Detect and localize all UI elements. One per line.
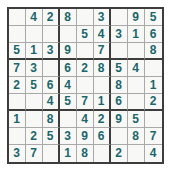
sudoku-cell-r7c4[interactable] (60, 111, 77, 128)
sudoku-cell-r1c6: 3 (94, 9, 111, 26)
sudoku-cell-r2c2[interactable] (26, 26, 43, 43)
sudoku-cell-r7c8: 5 (128, 111, 145, 128)
sudoku-cell-r3c9: 8 (145, 43, 162, 60)
sudoku-cell-r6c7: 6 (111, 94, 128, 111)
sudoku-cell-r3c4: 9 (60, 43, 77, 60)
sudoku-cell-r2c8: 1 (128, 26, 145, 43)
sudoku-board: 4283955431651397873628542564814571621842… (7, 7, 164, 164)
sudoku-cell-r1c4: 8 (60, 9, 77, 26)
sudoku-cell-r5c7: 8 (111, 77, 128, 94)
sudoku-cell-r3c6: 7 (94, 43, 111, 60)
sudoku-cell-r6c5: 7 (77, 94, 94, 111)
sudoku-cell-r2c3[interactable] (43, 26, 60, 43)
sudoku-cell-r7c2[interactable] (26, 111, 43, 128)
sudoku-cell-r8c1[interactable] (9, 128, 26, 145)
sudoku-cell-r3c3: 3 (43, 43, 60, 60)
sudoku-cell-r3c1: 5 (9, 43, 26, 60)
sudoku-cell-r9c6[interactable] (94, 145, 111, 162)
sudoku-cell-r2c1[interactable] (9, 26, 26, 43)
sudoku-cell-r1c9: 5 (145, 9, 162, 26)
sudoku-cell-r8c2: 2 (26, 128, 43, 145)
sudoku-cell-r5c6[interactable] (94, 77, 111, 94)
sudoku-cell-r1c3: 2 (43, 9, 60, 26)
sudoku-cell-r7c7: 9 (111, 111, 128, 128)
sudoku-cell-r1c1[interactable] (9, 9, 26, 26)
sudoku-cell-r7c9[interactable] (145, 111, 162, 128)
sudoku-cell-r1c5[interactable] (77, 9, 94, 26)
sudoku-cell-r5c3: 6 (43, 77, 60, 94)
sudoku-cell-r5c9: 1 (145, 77, 162, 94)
sudoku-cell-r5c4: 4 (60, 77, 77, 94)
sudoku-cell-r9c5: 8 (77, 145, 94, 162)
sudoku-cell-r3c7[interactable] (111, 43, 128, 60)
sudoku-cell-r1c2: 4 (26, 9, 43, 26)
sudoku-cell-r7c5: 4 (77, 111, 94, 128)
sudoku-cell-r6c4: 5 (60, 94, 77, 111)
sudoku-cell-r9c8[interactable] (128, 145, 145, 162)
sudoku-cell-r4c1: 7 (9, 60, 26, 77)
sudoku-cell-r9c7: 2 (111, 145, 128, 162)
sudoku-cell-r7c1: 1 (9, 111, 26, 128)
sudoku-cell-r4c4: 6 (60, 60, 77, 77)
sudoku-cell-r5c2: 5 (26, 77, 43, 94)
sudoku-cell-r4c7: 5 (111, 60, 128, 77)
sudoku-cell-r4c5: 2 (77, 60, 94, 77)
sudoku-cell-r4c3[interactable] (43, 60, 60, 77)
sudoku-cell-r5c1: 2 (9, 77, 26, 94)
sudoku-cell-r4c9[interactable] (145, 60, 162, 77)
sudoku-cell-r9c3[interactable] (43, 145, 60, 162)
sudoku-cell-r7c6: 2 (94, 111, 111, 128)
sudoku-cell-r8c6: 6 (94, 128, 111, 145)
sudoku-cell-r8c3: 5 (43, 128, 60, 145)
sudoku-cell-r7c3: 8 (43, 111, 60, 128)
sudoku-cell-r4c2: 3 (26, 60, 43, 77)
sudoku-cell-r2c6: 4 (94, 26, 111, 43)
page: 4283955431651397873628542564814571621842… (0, 0, 170, 170)
sudoku-cell-r6c6: 1 (94, 94, 111, 111)
sudoku-cell-r6c2[interactable] (26, 94, 43, 111)
sudoku-cell-r8c7[interactable] (111, 128, 128, 145)
sudoku-cell-r2c7: 3 (111, 26, 128, 43)
sudoku-cell-r1c8: 9 (128, 9, 145, 26)
sudoku-cell-r5c8[interactable] (128, 77, 145, 94)
sudoku-cell-r3c8[interactable] (128, 43, 145, 60)
sudoku-cell-r6c9: 2 (145, 94, 162, 111)
sudoku-cell-r9c4: 1 (60, 145, 77, 162)
sudoku-cell-r8c9: 7 (145, 128, 162, 145)
sudoku-cell-r9c1: 3 (9, 145, 26, 162)
sudoku-cell-r2c5: 5 (77, 26, 94, 43)
sudoku-cell-r5c5[interactable] (77, 77, 94, 94)
sudoku-cell-r3c5[interactable] (77, 43, 94, 60)
sudoku-cell-r3c2: 1 (26, 43, 43, 60)
sudoku-cell-r8c4: 3 (60, 128, 77, 145)
sudoku-cell-r6c8[interactable] (128, 94, 145, 111)
sudoku-cell-r2c9: 6 (145, 26, 162, 43)
sudoku-cell-r4c8: 4 (128, 60, 145, 77)
sudoku-cell-r8c8: 8 (128, 128, 145, 145)
sudoku-cell-r2c4[interactable] (60, 26, 77, 43)
sudoku-cell-r1c7[interactable] (111, 9, 128, 26)
sudoku-cell-r6c3: 4 (43, 94, 60, 111)
sudoku-cell-r4c6: 8 (94, 60, 111, 77)
sudoku-cell-r9c9: 4 (145, 145, 162, 162)
sudoku-cell-r9c2: 7 (26, 145, 43, 162)
sudoku-cell-r6c1[interactable] (9, 94, 26, 111)
sudoku-cell-r8c5: 9 (77, 128, 94, 145)
